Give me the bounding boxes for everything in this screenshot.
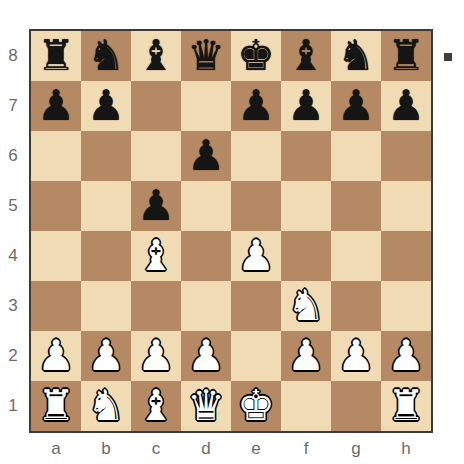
square-a4[interactable] <box>31 231 81 281</box>
piece-black-pawn[interactable]: ♟ <box>87 81 125 131</box>
square-c5[interactable]: ♟ <box>131 181 181 231</box>
square-e2[interactable] <box>231 331 281 381</box>
square-f6[interactable] <box>281 131 331 181</box>
square-d8[interactable]: ♛ <box>181 31 231 81</box>
square-h1[interactable]: ♜ <box>381 381 431 431</box>
square-h2[interactable]: ♟ <box>381 331 431 381</box>
square-b1[interactable]: ♞ <box>81 381 131 431</box>
square-b4[interactable] <box>81 231 131 281</box>
square-d7[interactable] <box>181 81 231 131</box>
file-label-g: g <box>331 436 381 462</box>
black-to-move-indicator <box>444 53 452 61</box>
file-label-f: f <box>281 436 331 462</box>
file-label-a: a <box>31 436 81 462</box>
file-label-b: b <box>81 436 131 462</box>
chess-diagram-page: { "game": "chess", "position": { "fen": … <box>0 0 464 464</box>
piece-black-pawn[interactable]: ♟ <box>337 81 375 131</box>
piece-white-pawn[interactable]: ♟ <box>237 231 275 281</box>
piece-white-pawn[interactable]: ♟ <box>87 331 125 381</box>
piece-white-rook[interactable]: ♜ <box>37 381 75 431</box>
piece-white-bishop[interactable]: ♝ <box>137 231 175 281</box>
file-label-c: c <box>131 436 181 462</box>
square-a5[interactable] <box>31 181 81 231</box>
piece-black-queen[interactable]: ♛ <box>187 31 225 81</box>
piece-black-pawn[interactable]: ♟ <box>287 81 325 131</box>
square-a1[interactable]: ♜ <box>31 381 81 431</box>
piece-black-pawn[interactable]: ♟ <box>237 81 275 131</box>
piece-white-rook[interactable]: ♜ <box>387 381 425 431</box>
square-a6[interactable] <box>31 131 81 181</box>
piece-black-pawn[interactable]: ♟ <box>37 81 75 131</box>
piece-white-queen[interactable]: ♛ <box>187 381 225 431</box>
square-c3[interactable] <box>131 281 181 331</box>
piece-black-pawn[interactable]: ♟ <box>137 181 175 231</box>
square-h8[interactable]: ♜ <box>381 31 431 81</box>
square-e6[interactable] <box>231 131 281 181</box>
square-f1[interactable] <box>281 381 331 431</box>
square-f3[interactable]: ♞ <box>281 281 331 331</box>
piece-white-pawn[interactable]: ♟ <box>287 331 325 381</box>
file-label-h: h <box>381 436 431 462</box>
square-d2[interactable]: ♟ <box>181 331 231 381</box>
piece-black-pawn[interactable]: ♟ <box>387 81 425 131</box>
piece-white-bishop[interactable]: ♝ <box>137 381 175 431</box>
square-d5[interactable] <box>181 181 231 231</box>
square-e1[interactable]: ♚ <box>231 381 281 431</box>
square-a2[interactable]: ♟ <box>31 331 81 381</box>
square-g7[interactable]: ♟ <box>331 81 381 131</box>
piece-white-pawn[interactable]: ♟ <box>137 331 175 381</box>
piece-white-pawn[interactable]: ♟ <box>387 331 425 381</box>
piece-black-rook[interactable]: ♜ <box>387 31 425 81</box>
square-e7[interactable]: ♟ <box>231 81 281 131</box>
square-b3[interactable] <box>81 281 131 331</box>
square-d4[interactable] <box>181 231 231 281</box>
piece-black-pawn[interactable]: ♟ <box>187 131 225 181</box>
piece-black-rook[interactable]: ♜ <box>37 31 75 81</box>
square-f8[interactable]: ♝ <box>281 31 331 81</box>
square-g6[interactable] <box>331 131 381 181</box>
square-g4[interactable] <box>331 231 381 281</box>
square-g8[interactable]: ♞ <box>331 31 381 81</box>
square-h7[interactable]: ♟ <box>381 81 431 131</box>
piece-black-knight[interactable]: ♞ <box>337 31 375 81</box>
square-f2[interactable]: ♟ <box>281 331 331 381</box>
piece-black-king[interactable]: ♚ <box>237 31 275 81</box>
square-b8[interactable]: ♞ <box>81 31 131 81</box>
rank-label-2: 2 <box>0 331 26 381</box>
square-g5[interactable] <box>331 181 381 231</box>
square-e4[interactable]: ♟ <box>231 231 281 281</box>
rank-label-5: 5 <box>0 181 26 231</box>
piece-white-pawn[interactable]: ♟ <box>187 331 225 381</box>
square-g3[interactable] <box>331 281 381 331</box>
chess-board[interactable]: ♜♞♝♛♚♝♞♜♟♟♟♟♟♟♟♟♝♟♞♟♟♟♟♟♟♟♜♞♝♛♚♜ <box>29 29 433 433</box>
file-label-e: e <box>231 436 281 462</box>
rank-label-1: 1 <box>0 381 26 431</box>
square-c7[interactable] <box>131 81 181 131</box>
square-h3[interactable] <box>381 281 431 331</box>
square-a7[interactable]: ♟ <box>31 81 81 131</box>
square-e3[interactable] <box>231 281 281 331</box>
square-e8[interactable]: ♚ <box>231 31 281 81</box>
square-c1[interactable]: ♝ <box>131 381 181 431</box>
square-b2[interactable]: ♟ <box>81 331 131 381</box>
square-f5[interactable] <box>281 181 331 231</box>
piece-black-knight[interactable]: ♞ <box>87 31 125 81</box>
piece-white-pawn[interactable]: ♟ <box>37 331 75 381</box>
rank-label-6: 6 <box>0 131 26 181</box>
square-e5[interactable] <box>231 181 281 231</box>
rank-label-7: 7 <box>0 81 26 131</box>
square-b7[interactable]: ♟ <box>81 81 131 131</box>
board-grid[interactable]: ♜♞♝♛♚♝♞♜♟♟♟♟♟♟♟♟♝♟♞♟♟♟♟♟♟♟♜♞♝♛♚♜ <box>31 31 431 431</box>
piece-white-pawn[interactable]: ♟ <box>337 331 375 381</box>
piece-black-bishop[interactable]: ♝ <box>137 31 175 81</box>
piece-black-bishop[interactable]: ♝ <box>287 31 325 81</box>
rank-label-4: 4 <box>0 231 26 281</box>
square-b5[interactable] <box>81 181 131 231</box>
square-c8[interactable]: ♝ <box>131 31 181 81</box>
piece-white-knight[interactable]: ♞ <box>87 381 125 431</box>
square-d3[interactable] <box>181 281 231 331</box>
square-g1[interactable] <box>331 381 381 431</box>
piece-white-knight[interactable]: ♞ <box>287 281 325 331</box>
rank-label-3: 3 <box>0 281 26 331</box>
square-h6[interactable] <box>381 131 431 181</box>
square-c4[interactable]: ♝ <box>131 231 181 281</box>
file-label-d: d <box>181 436 231 462</box>
square-h4[interactable] <box>381 231 431 281</box>
square-h5[interactable] <box>381 181 431 231</box>
square-d6[interactable]: ♟ <box>181 131 231 181</box>
square-d1[interactable]: ♛ <box>181 381 231 431</box>
square-b6[interactable] <box>81 131 131 181</box>
square-g2[interactable]: ♟ <box>331 331 381 381</box>
square-a3[interactable] <box>31 281 81 331</box>
square-f7[interactable]: ♟ <box>281 81 331 131</box>
square-c2[interactable]: ♟ <box>131 331 181 381</box>
square-c6[interactable] <box>131 131 181 181</box>
piece-white-king[interactable]: ♚ <box>237 381 275 431</box>
rank-label-8: 8 <box>0 31 26 81</box>
square-a8[interactable]: ♜ <box>31 31 81 81</box>
square-f4[interactable] <box>281 231 331 281</box>
